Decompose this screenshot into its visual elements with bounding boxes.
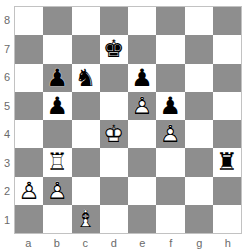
square-e5[interactable]: ♟♙ (128, 92, 156, 120)
square-b2[interactable]: ♟♙ (43, 177, 71, 205)
square-c5[interactable] (72, 92, 100, 120)
square-b8[interactable] (43, 7, 71, 35)
square-b3[interactable]: ♜♖ (43, 148, 71, 176)
square-h7[interactable] (213, 35, 241, 63)
rank-label-6: 6 (0, 63, 14, 92)
file-label-a: a (14, 235, 43, 250)
square-d3[interactable] (100, 148, 128, 176)
square-g5[interactable] (185, 92, 213, 120)
square-a2[interactable]: ♟♙ (15, 177, 43, 205)
rank-label-3: 3 (0, 149, 14, 178)
square-e6[interactable]: ♟ (128, 64, 156, 92)
black-pawn-piece[interactable]: ♟ (43, 92, 71, 120)
chess-diagram: 8 7 6 5 4 3 2 1 ♚♟♞♟♟♟♙♟♚♔♟♙♜♖♜♟♙♟♙♝♗ a … (0, 0, 250, 250)
white-rook-piece[interactable]: ♜♖ (43, 148, 71, 176)
square-e8[interactable] (128, 7, 156, 35)
square-h5[interactable] (213, 92, 241, 120)
square-b5[interactable]: ♟ (43, 92, 71, 120)
square-a1[interactable] (15, 205, 43, 233)
square-a8[interactable] (15, 7, 43, 35)
rank-label-1: 1 (0, 206, 14, 235)
square-a4[interactable] (15, 120, 43, 148)
square-g4[interactable] (185, 120, 213, 148)
white-pawn-piece[interactable]: ♟♙ (43, 177, 71, 205)
square-c7[interactable] (72, 35, 100, 63)
file-labels: a b c d e f g h (14, 235, 242, 250)
file-label-c: c (71, 235, 100, 250)
square-d8[interactable] (100, 7, 128, 35)
file-label-f: f (157, 235, 186, 250)
square-e3[interactable] (128, 148, 156, 176)
square-d5[interactable] (100, 92, 128, 120)
square-e4[interactable] (128, 120, 156, 148)
square-f3[interactable] (156, 148, 184, 176)
rank-labels: 8 7 6 5 4 3 2 1 (0, 6, 14, 234)
square-d7[interactable]: ♚ (100, 35, 128, 63)
square-f4[interactable]: ♟♙ (156, 120, 184, 148)
white-pawn-piece[interactable]: ♟♙ (128, 92, 156, 120)
rank-label-4: 4 (0, 120, 14, 149)
file-label-g: g (185, 235, 214, 250)
black-pawn-piece[interactable]: ♟ (156, 92, 184, 120)
square-f2[interactable] (156, 177, 184, 205)
square-a5[interactable] (15, 92, 43, 120)
square-b6[interactable]: ♟ (43, 64, 71, 92)
square-a6[interactable] (15, 64, 43, 92)
black-king-piece[interactable]: ♚ (100, 35, 128, 63)
white-pawn-piece[interactable]: ♟♙ (156, 120, 184, 148)
square-f6[interactable] (156, 64, 184, 92)
square-e1[interactable] (128, 205, 156, 233)
rank-label-5: 5 (0, 92, 14, 121)
black-pawn-piece[interactable]: ♟ (43, 64, 71, 92)
file-label-d: d (100, 235, 129, 250)
square-e2[interactable] (128, 177, 156, 205)
chess-board[interactable]: ♚♟♞♟♟♟♙♟♚♔♟♙♜♖♜♟♙♟♙♝♗ (14, 6, 242, 234)
black-pawn-piece[interactable]: ♟ (128, 64, 156, 92)
rank-label-2: 2 (0, 177, 14, 206)
square-g3[interactable] (185, 148, 213, 176)
square-b4[interactable] (43, 120, 71, 148)
square-g7[interactable] (185, 35, 213, 63)
white-king-piece[interactable]: ♚♔ (100, 120, 128, 148)
square-a3[interactable] (15, 148, 43, 176)
white-bishop-piece[interactable]: ♝♗ (72, 205, 100, 233)
square-h4[interactable] (213, 120, 241, 148)
square-c2[interactable] (72, 177, 100, 205)
square-h3[interactable]: ♜ (213, 148, 241, 176)
square-c6[interactable]: ♞ (72, 64, 100, 92)
rank-label-8: 8 (0, 6, 14, 35)
file-label-b: b (43, 235, 72, 250)
square-d1[interactable] (100, 205, 128, 233)
black-knight-piece[interactable]: ♞ (72, 64, 100, 92)
square-g1[interactable] (185, 205, 213, 233)
square-f5[interactable]: ♟ (156, 92, 184, 120)
square-f8[interactable] (156, 7, 184, 35)
black-rook-piece[interactable]: ♜ (213, 148, 241, 176)
rank-label-7: 7 (0, 35, 14, 64)
square-d4[interactable]: ♚♔ (100, 120, 128, 148)
square-c8[interactable] (72, 7, 100, 35)
square-h8[interactable] (213, 7, 241, 35)
square-c3[interactable] (72, 148, 100, 176)
square-h2[interactable] (213, 177, 241, 205)
square-c1[interactable]: ♝♗ (72, 205, 100, 233)
file-label-h: h (214, 235, 243, 250)
square-e7[interactable] (128, 35, 156, 63)
square-f7[interactable] (156, 35, 184, 63)
square-g2[interactable] (185, 177, 213, 205)
square-d2[interactable] (100, 177, 128, 205)
square-a7[interactable] (15, 35, 43, 63)
square-g8[interactable] (185, 7, 213, 35)
white-pawn-piece[interactable]: ♟♙ (15, 177, 43, 205)
square-f1[interactable] (156, 205, 184, 233)
square-g6[interactable] (185, 64, 213, 92)
square-d6[interactable] (100, 64, 128, 92)
square-b7[interactable] (43, 35, 71, 63)
file-label-e: e (128, 235, 157, 250)
square-h6[interactable] (213, 64, 241, 92)
square-h1[interactable] (213, 205, 241, 233)
square-c4[interactable] (72, 120, 100, 148)
square-b1[interactable] (43, 205, 71, 233)
